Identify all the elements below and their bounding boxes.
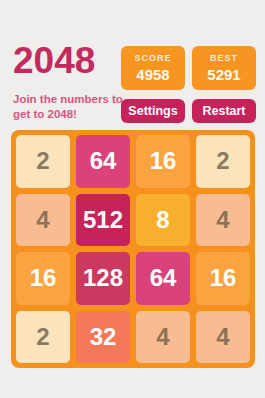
restart-button[interactable]: Restart — [192, 99, 256, 123]
tile-8: 8 — [136, 194, 190, 247]
game-screen: 2048 Join the numbers to get to 2048! SC… — [0, 0, 265, 398]
tile-16: 16 — [136, 135, 190, 188]
tile-64: 64 — [136, 252, 190, 305]
tile-4: 4 — [196, 311, 250, 364]
tile-2: 2 — [196, 135, 250, 188]
best-value: 5291 — [207, 66, 240, 83]
tile-2: 2 — [16, 135, 70, 188]
tile-16: 16 — [196, 252, 250, 305]
tile-16: 16 — [16, 252, 70, 305]
tile-128: 128 — [76, 252, 130, 305]
tile-2: 2 — [16, 311, 70, 364]
score-label: SCORE — [134, 53, 171, 63]
tile-32: 32 — [76, 311, 130, 364]
tile-512: 512 — [76, 194, 130, 247]
best-box: BEST 5291 — [192, 46, 256, 90]
tile-64: 64 — [76, 135, 130, 188]
score-panel: SCORE 4958 BEST 5291 — [121, 46, 256, 90]
best-label: BEST — [210, 53, 238, 63]
score-value: 4958 — [136, 66, 169, 83]
page-title: 2048 — [13, 42, 95, 80]
score-box: SCORE 4958 — [121, 46, 185, 90]
button-row: Settings Restart — [121, 99, 256, 123]
settings-button[interactable]: Settings — [121, 99, 185, 123]
subtitle-text: Join the numbers to get to 2048! — [13, 92, 125, 122]
tile-4: 4 — [136, 311, 190, 364]
board[interactable]: 26416245128416128641623244 — [11, 130, 255, 368]
tile-4: 4 — [196, 194, 250, 247]
tile-4: 4 — [16, 194, 70, 247]
